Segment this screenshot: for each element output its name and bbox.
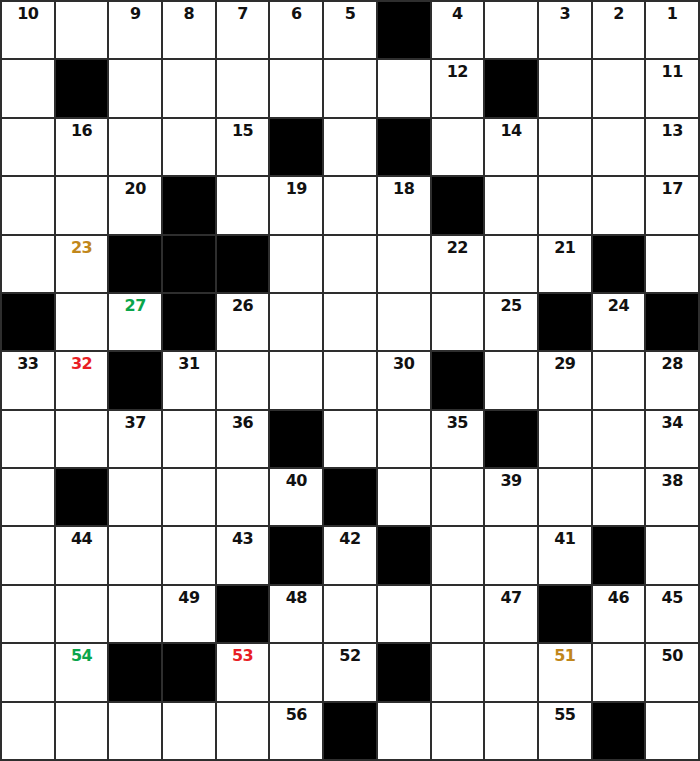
crossword-cell-r2c13[interactable]: 11: [646, 60, 698, 116]
crossword-cell-r9c9[interactable]: [432, 469, 484, 525]
crossword-cell-r12c9[interactable]: [432, 644, 484, 700]
crossword-cell-r9c3[interactable]: [109, 469, 161, 525]
block-cell-r13c7: [324, 703, 376, 759]
crossword-cell-r3c2[interactable]: 16: [56, 119, 108, 175]
clue-number-41: 41: [554, 527, 575, 548]
clue-number-50: 50: [662, 644, 683, 665]
crossword-cell-r4c10[interactable]: [485, 177, 537, 233]
crossword-cell-r13c11[interactable]: 55: [539, 703, 591, 759]
clue-number-5: 5: [345, 2, 356, 23]
clue-number-18: 18: [393, 177, 414, 198]
clue-number-37: 37: [125, 411, 146, 432]
crossword-cell-r12c12[interactable]: [593, 644, 645, 700]
crossword-cell-r1c6[interactable]: 6: [270, 2, 322, 58]
crossword-cell-r8c8[interactable]: [378, 411, 430, 467]
clue-number-32: 32: [71, 352, 92, 373]
crossword-cell-r8c7[interactable]: [324, 411, 376, 467]
clue-number-22: 22: [447, 236, 468, 257]
crossword-cell-r7c2[interactable]: 32: [56, 352, 108, 408]
crossword-cell-r5c10[interactable]: [485, 236, 537, 292]
crossword-cell-r2c5[interactable]: [217, 60, 269, 116]
clue-number-7: 7: [237, 2, 248, 23]
crossword-cell-r8c13[interactable]: 34: [646, 411, 698, 467]
block-cell-r2c2: [56, 60, 108, 116]
clue-number-47: 47: [500, 586, 521, 607]
clue-number-20: 20: [125, 177, 146, 198]
crossword-cell-r11c3[interactable]: [109, 586, 161, 642]
crossword-cell-r10c7[interactable]: 42: [324, 527, 376, 583]
block-cell-r2c10: [485, 60, 537, 116]
crossword-cell-r7c7[interactable]: [324, 352, 376, 408]
crossword-cell-r5c7[interactable]: [324, 236, 376, 292]
crossword-cell-r10c5[interactable]: 43: [217, 527, 269, 583]
crossword-cell-r9c1[interactable]: [2, 469, 54, 525]
crossword-cell-r13c2[interactable]: [56, 703, 108, 759]
crossword-cell-r1c9[interactable]: 4: [432, 2, 484, 58]
crossword-cell-r1c13[interactable]: 1: [646, 2, 698, 58]
crossword-cell-r1c12[interactable]: 2: [593, 2, 645, 58]
block-cell-r12c3: [109, 644, 161, 700]
crossword-cell-r10c9[interactable]: [432, 527, 484, 583]
block-cell-r5c4: [163, 236, 215, 292]
clue-number-3: 3: [559, 2, 570, 23]
clue-number-45: 45: [662, 586, 683, 607]
crossword-cell-r11c9[interactable]: [432, 586, 484, 642]
crossword-cell-r2c12[interactable]: [593, 60, 645, 116]
clue-number-52: 52: [339, 644, 360, 665]
crossword-cell-r10c10[interactable]: [485, 527, 537, 583]
crossword-cell-r1c3[interactable]: 9: [109, 2, 161, 58]
crossword-cell-r12c2[interactable]: 54: [56, 644, 108, 700]
crossword-cell-r5c11[interactable]: 21: [539, 236, 591, 292]
block-cell-r12c8: [378, 644, 430, 700]
crossword-cell-r5c1[interactable]: [2, 236, 54, 292]
crossword-cell-r12c1[interactable]: [2, 644, 54, 700]
clue-number-36: 36: [232, 411, 253, 432]
block-cell-r7c3: [109, 352, 161, 408]
clue-number-14: 14: [500, 119, 521, 140]
block-cell-r3c8: [378, 119, 430, 175]
clue-number-51: 51: [554, 644, 575, 665]
crossword-cell-r2c3[interactable]: [109, 60, 161, 116]
crossword-cell-r2c7[interactable]: [324, 60, 376, 116]
crossword-cell-r11c7[interactable]: [324, 586, 376, 642]
block-cell-r8c6: [270, 411, 322, 467]
crossword-cell-r6c7[interactable]: [324, 294, 376, 350]
crossword-cell-r8c9[interactable]: 35: [432, 411, 484, 467]
crossword-cell-r12c11[interactable]: 51: [539, 644, 591, 700]
crossword-cell-r9c10[interactable]: 39: [485, 469, 537, 525]
clue-number-8: 8: [184, 2, 195, 23]
crossword-cell-r4c6[interactable]: 19: [270, 177, 322, 233]
crossword-cell-r1c10[interactable]: [485, 2, 537, 58]
crossword-cell-r6c12[interactable]: 24: [593, 294, 645, 350]
crossword-cell-r13c6[interactable]: 56: [270, 703, 322, 759]
crossword-cell-r11c4[interactable]: 49: [163, 586, 215, 642]
crossword-cell-r1c4[interactable]: 8: [163, 2, 215, 58]
crossword-cell-r8c2[interactable]: [56, 411, 108, 467]
crossword-cell-r6c10[interactable]: 25: [485, 294, 537, 350]
crossword-cell-r7c12[interactable]: [593, 352, 645, 408]
crossword-cell-r3c7[interactable]: [324, 119, 376, 175]
clue-number-46: 46: [608, 586, 629, 607]
clue-number-53: 53: [232, 644, 253, 665]
block-cell-r5c12: [593, 236, 645, 292]
clue-number-42: 42: [339, 527, 360, 548]
clue-number-26: 26: [232, 294, 253, 315]
crossword-cell-r8c1[interactable]: [2, 411, 54, 467]
crossword-cell-r2c11[interactable]: [539, 60, 591, 116]
clue-number-44: 44: [71, 527, 92, 548]
clue-number-23: 23: [71, 236, 92, 257]
crossword-cell-r11c13[interactable]: 45: [646, 586, 698, 642]
clue-number-25: 25: [500, 294, 521, 315]
clue-number-2: 2: [613, 2, 624, 23]
clue-number-9: 9: [130, 2, 141, 23]
crossword-cell-r1c2[interactable]: [56, 2, 108, 58]
clue-number-48: 48: [286, 586, 307, 607]
clue-number-24: 24: [608, 294, 629, 315]
crossword-cell-r8c4[interactable]: [163, 411, 215, 467]
crossword-cell-r9c6[interactable]: 40: [270, 469, 322, 525]
crossword-cell-r7c11[interactable]: 29: [539, 352, 591, 408]
block-cell-r4c9: [432, 177, 484, 233]
crossword-cell-r3c4[interactable]: [163, 119, 215, 175]
block-cell-r5c3: [109, 236, 161, 292]
crossword-cell-r4c8[interactable]: 18: [378, 177, 430, 233]
clue-number-49: 49: [178, 586, 199, 607]
crossword-cell-r6c6[interactable]: [270, 294, 322, 350]
crossword-cell-r3c5[interactable]: 15: [217, 119, 269, 175]
clue-number-38: 38: [662, 469, 683, 490]
crossword-cell-r9c5[interactable]: [217, 469, 269, 525]
crossword-cell-r5c6[interactable]: [270, 236, 322, 292]
block-cell-r6c1: [2, 294, 54, 350]
crossword-cell-r12c7[interactable]: 52: [324, 644, 376, 700]
crossword-cell-r10c3[interactable]: [109, 527, 161, 583]
block-cell-r6c4: [163, 294, 215, 350]
crossword-cell-r10c13[interactable]: [646, 527, 698, 583]
crossword-cell-r6c9[interactable]: [432, 294, 484, 350]
crossword-cell-r3c10[interactable]: 14: [485, 119, 537, 175]
block-cell-r8c10: [485, 411, 537, 467]
block-cell-r3c6: [270, 119, 322, 175]
crossword-cell-r1c5[interactable]: 7: [217, 2, 269, 58]
clue-number-4: 4: [452, 2, 463, 23]
crossword-cell-r4c11[interactable]: [539, 177, 591, 233]
crossword-cell-r4c2[interactable]: [56, 177, 108, 233]
crossword-cell-r11c12[interactable]: 46: [593, 586, 645, 642]
clue-number-35: 35: [447, 411, 468, 432]
clue-number-40: 40: [286, 469, 307, 490]
crossword-cell-r4c3[interactable]: 20: [109, 177, 161, 233]
crossword-cell-r13c8[interactable]: [378, 703, 430, 759]
crossword-cell-r5c13[interactable]: [646, 236, 698, 292]
crossword-cell-r2c8[interactable]: [378, 60, 430, 116]
clue-number-54: 54: [71, 644, 92, 665]
crossword-cell-r12c5[interactable]: 53: [217, 644, 269, 700]
crossword-cell-r10c2[interactable]: 44: [56, 527, 108, 583]
block-cell-r9c2: [56, 469, 108, 525]
crossword-cell-r7c5[interactable]: [217, 352, 269, 408]
block-cell-r9c7: [324, 469, 376, 525]
crossword-cell-r1c11[interactable]: 3: [539, 2, 591, 58]
crossword-cell-r4c12[interactable]: [593, 177, 645, 233]
crossword-cell-r5c8[interactable]: [378, 236, 430, 292]
crossword-cell-r2c4[interactable]: [163, 60, 215, 116]
block-cell-r1c8: [378, 2, 430, 58]
crossword-cell-r9c8[interactable]: [378, 469, 430, 525]
clue-number-17: 17: [662, 177, 683, 198]
crossword-cell-r13c1[interactable]: [2, 703, 54, 759]
crossword-cell-r3c11[interactable]: [539, 119, 591, 175]
clue-number-19: 19: [286, 177, 307, 198]
block-cell-r10c8: [378, 527, 430, 583]
crossword-cell-r3c9[interactable]: [432, 119, 484, 175]
crossword-cell-r2c9[interactable]: 12: [432, 60, 484, 116]
crossword-cell-r12c10[interactable]: [485, 644, 537, 700]
crossword-cell-r13c9[interactable]: [432, 703, 484, 759]
clue-number-29: 29: [554, 352, 575, 373]
clue-number-34: 34: [662, 411, 683, 432]
block-cell-r6c11: [539, 294, 591, 350]
crossword-cell-r9c13[interactable]: 38: [646, 469, 698, 525]
crossword-cell-r13c3[interactable]: [109, 703, 161, 759]
clue-number-10: 10: [17, 2, 38, 23]
crossword-cell-r6c2[interactable]: [56, 294, 108, 350]
crossword-cell-r13c4[interactable]: [163, 703, 215, 759]
crossword-cell-r5c2[interactable]: 23: [56, 236, 108, 292]
block-cell-r6c13: [646, 294, 698, 350]
crossword-cell-r13c10[interactable]: [485, 703, 537, 759]
block-cell-r7c9: [432, 352, 484, 408]
crossword-cell-r3c12[interactable]: [593, 119, 645, 175]
crossword-cell-r7c6[interactable]: [270, 352, 322, 408]
crossword-cell-r11c2[interactable]: [56, 586, 108, 642]
clue-number-55: 55: [554, 703, 575, 724]
block-cell-r5c5: [217, 236, 269, 292]
crossword-cell-r10c11[interactable]: 41: [539, 527, 591, 583]
crossword-cell-r2c6[interactable]: [270, 60, 322, 116]
block-cell-r10c6: [270, 527, 322, 583]
crossword-cell-r12c13[interactable]: 50: [646, 644, 698, 700]
clue-number-1: 1: [667, 2, 678, 23]
crossword-cell-r8c5[interactable]: 36: [217, 411, 269, 467]
crossword-cell-r11c8[interactable]: [378, 586, 430, 642]
block-cell-r10c12: [593, 527, 645, 583]
clue-number-16: 16: [71, 119, 92, 140]
block-cell-r13c12: [593, 703, 645, 759]
crossword-cell-r4c7[interactable]: [324, 177, 376, 233]
crossword-cell-r10c4[interactable]: [163, 527, 215, 583]
crossword-cell-r5c9[interactable]: 22: [432, 236, 484, 292]
crossword-cell-r10c1[interactable]: [2, 527, 54, 583]
crossword-cell-r2c1[interactable]: [2, 60, 54, 116]
clue-number-11: 11: [662, 60, 683, 81]
clue-number-43: 43: [232, 527, 253, 548]
clue-number-30: 30: [393, 352, 414, 373]
clue-number-56: 56: [286, 703, 307, 724]
clue-number-33: 33: [17, 352, 38, 373]
crossword-cell-r1c1[interactable]: 10: [2, 2, 54, 58]
crossword-grid: 1098765432112111615141320191817232221272…: [0, 0, 700, 761]
clue-number-6: 6: [291, 2, 302, 23]
crossword-cell-r12c6[interactable]: [270, 644, 322, 700]
block-cell-r11c5: [217, 586, 269, 642]
crossword-cell-r8c12[interactable]: [593, 411, 645, 467]
crossword-cell-r7c13[interactable]: 28: [646, 352, 698, 408]
crossword-cell-r3c1[interactable]: [2, 119, 54, 175]
crossword-cell-r7c8[interactable]: 30: [378, 352, 430, 408]
crossword-cell-r11c6[interactable]: 48: [270, 586, 322, 642]
crossword-cell-r11c10[interactable]: 47: [485, 586, 537, 642]
crossword-cell-r6c5[interactable]: 26: [217, 294, 269, 350]
clue-number-15: 15: [232, 119, 253, 140]
crossword-cell-r9c11[interactable]: [539, 469, 591, 525]
block-cell-r4c4: [163, 177, 215, 233]
crossword-cell-r6c8[interactable]: [378, 294, 430, 350]
crossword-cell-r7c10[interactable]: [485, 352, 537, 408]
clue-number-21: 21: [554, 236, 575, 257]
clue-number-31: 31: [178, 352, 199, 373]
clue-number-27: 27: [125, 294, 146, 315]
clue-number-28: 28: [662, 352, 683, 373]
crossword-cell-r8c11[interactable]: [539, 411, 591, 467]
crossword-cell-r4c13[interactable]: 17: [646, 177, 698, 233]
crossword-cell-r11c1[interactable]: [2, 586, 54, 642]
crossword-cell-r3c3[interactable]: [109, 119, 161, 175]
crossword-cell-r3c13[interactable]: 13: [646, 119, 698, 175]
crossword-cell-r7c1[interactable]: 33: [2, 352, 54, 408]
clue-number-12: 12: [447, 60, 468, 81]
clue-number-13: 13: [662, 119, 683, 140]
crossword-cell-r7c4[interactable]: 31: [163, 352, 215, 408]
crossword-cell-r13c5[interactable]: [217, 703, 269, 759]
crossword-cell-r13c13[interactable]: [646, 703, 698, 759]
crossword-cell-r9c4[interactable]: [163, 469, 215, 525]
block-cell-r11c11: [539, 586, 591, 642]
crossword-cell-r6c3[interactable]: 27: [109, 294, 161, 350]
crossword-cell-r1c7[interactable]: 5: [324, 2, 376, 58]
clue-number-39: 39: [500, 469, 521, 490]
crossword-cell-r4c5[interactable]: [217, 177, 269, 233]
crossword-cell-r8c3[interactable]: 37: [109, 411, 161, 467]
block-cell-r12c4: [163, 644, 215, 700]
crossword-cell-r9c12[interactable]: [593, 469, 645, 525]
crossword-cell-r4c1[interactable]: [2, 177, 54, 233]
